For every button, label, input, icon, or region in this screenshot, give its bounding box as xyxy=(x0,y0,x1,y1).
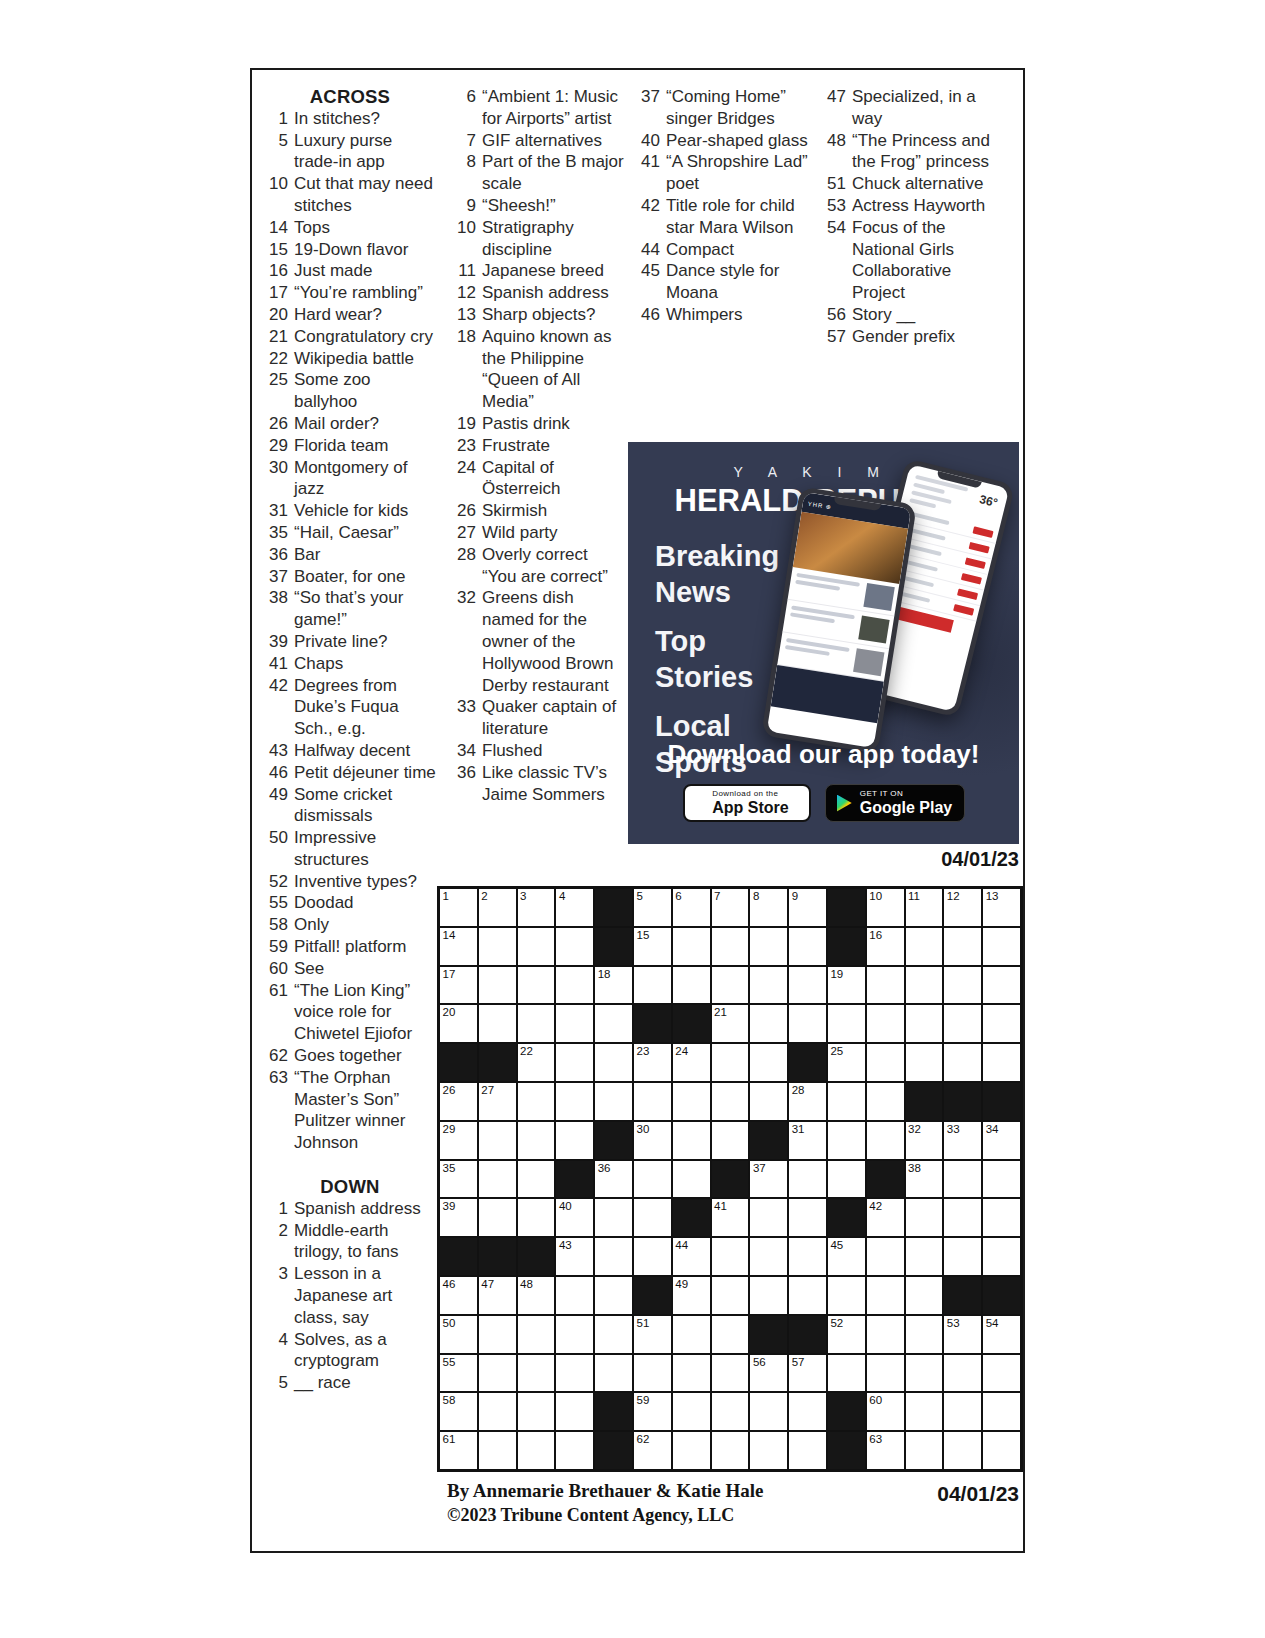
grid-cell-r9c13[interactable] xyxy=(905,1198,944,1237)
grid-cell-r6c4[interactable] xyxy=(555,1082,594,1121)
grid-cell-r2c14[interactable] xyxy=(943,927,982,966)
grid-cell-r15c4[interactable] xyxy=(555,1431,594,1470)
grid-cell-r9c10[interactable] xyxy=(788,1198,827,1237)
grid-cell-r14c12[interactable]: 60 xyxy=(866,1392,905,1431)
google-play-badge[interactable]: GET IT ON Google Play xyxy=(825,784,965,822)
grid-cell-r9c15[interactable] xyxy=(982,1198,1021,1237)
clue-down-44: 44Compact xyxy=(634,239,814,261)
clue-number: 19 xyxy=(450,413,476,435)
grid-cell-r10c11[interactable]: 45 xyxy=(827,1237,866,1276)
grid-cell-r14c3[interactable] xyxy=(517,1392,556,1431)
grid-cell-r4c11[interactable] xyxy=(827,1004,866,1043)
clue-number: 30 xyxy=(262,457,288,501)
clue-text: Some zoo ballyhoo xyxy=(294,369,436,413)
grid-cell-r1c2[interactable]: 2 xyxy=(478,888,517,927)
grid-cell-r2c9[interactable] xyxy=(749,927,788,966)
grid-cell-r3c5[interactable]: 18 xyxy=(594,966,633,1005)
grid-cell-r4c12[interactable] xyxy=(866,1004,905,1043)
grid-cell-r1c3[interactable]: 3 xyxy=(517,888,556,927)
grid-cell-r10c14[interactable] xyxy=(943,1237,982,1276)
grid-cell-r11c4[interactable] xyxy=(555,1276,594,1315)
clue-number: 6 xyxy=(450,86,476,130)
grid-cell-r4c1[interactable]: 20 xyxy=(439,1004,478,1043)
grid-cell-r5c9[interactable] xyxy=(749,1043,788,1082)
grid-cell-r5c11[interactable]: 25 xyxy=(827,1043,866,1082)
clue-number: 50 xyxy=(262,827,288,871)
clue-number: 41 xyxy=(634,151,660,195)
grid-cell-r1c6[interactable]: 5 xyxy=(633,888,672,927)
black-square-r9c11 xyxy=(827,1198,866,1237)
grid-cell-r4c9[interactable] xyxy=(749,1004,788,1043)
grid-cell-r3c9[interactable] xyxy=(749,966,788,1005)
clue-text: “The Orphan Master’s Son” Pulitzer winne… xyxy=(294,1067,436,1154)
grid-cell-r14c10[interactable] xyxy=(788,1392,827,1431)
clue-number: 5 xyxy=(262,1372,288,1394)
grid-cell-r10c7[interactable]: 44 xyxy=(672,1237,711,1276)
grid-cell-r3c3[interactable] xyxy=(517,966,556,1005)
grid-cell-r15c14[interactable] xyxy=(943,1431,982,1470)
clue-text: Flushed xyxy=(482,740,624,762)
grid-cell-r9c5[interactable] xyxy=(594,1198,633,1237)
ad-call-to-action: Download our app today! xyxy=(628,739,1019,770)
clue-number: 32 xyxy=(450,587,476,696)
grid-cell-r2c7[interactable] xyxy=(672,927,711,966)
clue-down-27: 27Wild party xyxy=(450,522,628,544)
grid-cell-r13c15[interactable] xyxy=(982,1354,1021,1393)
grid-cell-r4c4[interactable] xyxy=(555,1004,594,1043)
clue-number: 38 xyxy=(262,587,288,631)
cell-number: 13 xyxy=(986,890,999,902)
grid-cell-r5c13[interactable] xyxy=(905,1043,944,1082)
grid-cell-r8c14[interactable] xyxy=(943,1160,982,1199)
grid-cell-r4c15[interactable] xyxy=(982,1004,1021,1043)
grid-cell-r2c2[interactable] xyxy=(478,927,517,966)
clue-down-10: 10Stratigraphy discipline xyxy=(450,217,628,261)
clue-down-9: 9“Sheesh!” xyxy=(450,195,628,217)
clue-text: Middle-earth trilogy, to fans xyxy=(294,1220,436,1264)
clue-across-35: 35“Hail, Caesar” xyxy=(262,522,438,544)
grid-cell-r11c3[interactable]: 48 xyxy=(517,1276,556,1315)
grid-cell-r2c12[interactable]: 16 xyxy=(866,927,905,966)
grid-cell-r7c10[interactable]: 31 xyxy=(788,1121,827,1160)
grid-cell-r8c15[interactable] xyxy=(982,1160,1021,1199)
clue-text: Vehicle for kids xyxy=(294,500,436,522)
app-store-badge[interactable]: Download on the App Store xyxy=(683,784,811,822)
grid-cell-r13c6[interactable] xyxy=(633,1354,672,1393)
grid-cell-r12c12[interactable] xyxy=(866,1315,905,1354)
grid-cell-r12c14[interactable]: 53 xyxy=(943,1315,982,1354)
grid-cell-r12c8[interactable] xyxy=(711,1315,750,1354)
clue-column-3: 37“Coming Home” singer Bridges40Pear-sha… xyxy=(634,86,814,326)
grid-cell-r8c13[interactable]: 38 xyxy=(905,1160,944,1199)
grid-cell-r2c8[interactable] xyxy=(711,927,750,966)
grid-cell-r8c10[interactable] xyxy=(788,1160,827,1199)
grid-cell-r7c15[interactable]: 34 xyxy=(982,1121,1021,1160)
grid-cell-r6c11[interactable] xyxy=(827,1082,866,1121)
grid-cell-r10c5[interactable] xyxy=(594,1237,633,1276)
clue-across-22: 22Wikipedia battle xyxy=(262,348,438,370)
grid-cell-r3c10[interactable] xyxy=(788,966,827,1005)
grid-cell-r15c2[interactable] xyxy=(478,1431,517,1470)
black-square-r15c5 xyxy=(594,1431,633,1470)
grid-cell-r6c12[interactable] xyxy=(866,1082,905,1121)
grid-cell-r6c9[interactable] xyxy=(749,1082,788,1121)
cell-number: 27 xyxy=(481,1084,494,1096)
clue-number: 21 xyxy=(262,326,288,348)
grid-cell-r4c2[interactable] xyxy=(478,1004,517,1043)
grid-cell-r1c13[interactable]: 11 xyxy=(905,888,944,927)
clue-text: Doodad xyxy=(294,892,436,914)
grid-cell-r15c6[interactable]: 62 xyxy=(633,1431,672,1470)
clue-number: 2 xyxy=(262,1220,288,1264)
clue-number: 47 xyxy=(820,86,846,130)
clue-down-2: 2Middle-earth trilogy, to fans xyxy=(262,1220,438,1264)
grid-cell-r15c3[interactable] xyxy=(517,1431,556,1470)
grid-cell-r5c5[interactable] xyxy=(594,1043,633,1082)
grid-cell-r7c14[interactable]: 33 xyxy=(943,1121,982,1160)
black-square-r10c3 xyxy=(517,1237,556,1276)
grid-cell-r9c12[interactable]: 42 xyxy=(866,1198,905,1237)
grid-cell-r14c13[interactable] xyxy=(905,1392,944,1431)
grid-cell-r2c13[interactable] xyxy=(905,927,944,966)
grid-cell-r12c7[interactable] xyxy=(672,1315,711,1354)
grid-cell-r11c7[interactable]: 49 xyxy=(672,1276,711,1315)
cell-number: 11 xyxy=(908,890,920,902)
cell-number: 45 xyxy=(830,1239,843,1251)
clue-down-40: 40Pear-shaped glass xyxy=(634,130,814,152)
grid-cell-r15c12[interactable]: 63 xyxy=(866,1431,905,1470)
grid-cell-r3c4[interactable] xyxy=(555,966,594,1005)
clue-text: __ race xyxy=(294,1372,436,1394)
puzzle-date-bottom: 04/01/23 xyxy=(829,1482,1019,1506)
cell-number: 53 xyxy=(947,1317,960,1329)
grid-cell-r4c13[interactable] xyxy=(905,1004,944,1043)
clue-text: See xyxy=(294,958,436,980)
copyright: ©2023 Tribune Content Agency, LLC xyxy=(447,1505,734,1526)
clue-down-47: 47Specialized, in a way xyxy=(820,86,1018,130)
clue-across-42: 42Degrees from Duke’s Fuqua Sch., e.g. xyxy=(262,675,438,740)
grid-cell-r3c7[interactable] xyxy=(672,966,711,1005)
clue-across-39: 39Private line? xyxy=(262,631,438,653)
grid-cell-r9c14[interactable] xyxy=(943,1198,982,1237)
clue-text: Stratigraphy discipline xyxy=(482,217,624,261)
grid-cell-r11c8[interactable] xyxy=(711,1276,750,1315)
clue-text: Montgomery of jazz xyxy=(294,457,436,501)
grid-cell-r12c13[interactable] xyxy=(905,1315,944,1354)
grid-cell-r1c15[interactable]: 13 xyxy=(982,888,1021,927)
ad-feature-breaking-news: Breaking News xyxy=(655,538,779,610)
grid-cell-r10c15[interactable] xyxy=(982,1237,1021,1276)
clue-down-1: 1Spanish address xyxy=(262,1198,438,1220)
clue-text: Goes together xyxy=(294,1045,436,1067)
grid-cell-r6c8[interactable] xyxy=(711,1082,750,1121)
grid-cell-r15c10[interactable] xyxy=(788,1431,827,1470)
grid-cell-r14c6[interactable]: 59 xyxy=(633,1392,672,1431)
clue-across-15: 1519-Down flavor xyxy=(262,239,438,261)
grid-cell-r14c15[interactable] xyxy=(982,1392,1021,1431)
grid-cell-r10c4[interactable]: 43 xyxy=(555,1237,594,1276)
grid-cell-r15c1[interactable]: 61 xyxy=(439,1431,478,1470)
grid-cell-r11c9[interactable] xyxy=(749,1276,788,1315)
grid-cell-r9c3[interactable] xyxy=(517,1198,556,1237)
grid-cell-r3c13[interactable] xyxy=(905,966,944,1005)
clue-down-34: 34Flushed xyxy=(450,740,628,762)
grid-cell-r3c2[interactable] xyxy=(478,966,517,1005)
grid-cell-r13c2[interactable] xyxy=(478,1354,517,1393)
grid-cell-r3c12[interactable] xyxy=(866,966,905,1005)
clue-text: Specialized, in a way xyxy=(852,86,994,130)
cell-number: 5 xyxy=(636,890,642,902)
grid-cell-r12c15[interactable]: 54 xyxy=(982,1315,1021,1354)
grid-cell-r14c8[interactable] xyxy=(711,1392,750,1431)
grid-cell-r1c7[interactable]: 6 xyxy=(672,888,711,927)
black-square-r2c5 xyxy=(594,927,633,966)
grid-cell-r7c3[interactable] xyxy=(517,1121,556,1160)
clue-across-31: 31Vehicle for kids xyxy=(262,500,438,522)
cell-number: 49 xyxy=(675,1278,688,1290)
cell-number: 29 xyxy=(443,1123,456,1135)
clue-across-37: 37Boater, for one xyxy=(262,566,438,588)
grid-cell-r7c8[interactable] xyxy=(711,1121,750,1160)
clue-number: 46 xyxy=(634,304,660,326)
clue-text: “You’re rambling” xyxy=(294,282,436,304)
grid-cell-r7c4[interactable] xyxy=(555,1121,594,1160)
black-square-r5c2 xyxy=(478,1043,517,1082)
cell-number: 60 xyxy=(869,1394,882,1406)
clue-text: Just made xyxy=(294,260,436,282)
grid-cell-r14c2[interactable] xyxy=(478,1392,517,1431)
grid-cell-r2c15[interactable] xyxy=(982,927,1021,966)
clue-text: Like classic TV’s Jaime Sommers xyxy=(482,762,624,806)
grid-cell-r6c2[interactable]: 27 xyxy=(478,1082,517,1121)
grid-cell-r7c13[interactable]: 32 xyxy=(905,1121,944,1160)
grid-cell-r2c3[interactable] xyxy=(517,927,556,966)
clue-number: 27 xyxy=(450,522,476,544)
clue-text: Impressive structures xyxy=(294,827,436,871)
grid-cell-r3c15[interactable] xyxy=(982,966,1021,1005)
grid-cell-r1c10[interactable]: 9 xyxy=(788,888,827,927)
clue-down-4: 4Solves, as a cryptogram xyxy=(262,1329,438,1373)
grid-cell-r2c10[interactable] xyxy=(788,927,827,966)
clue-down-41: 41“A Shropshire Lad” poet xyxy=(634,151,814,195)
clue-down-6: 6“Ambient 1: Music for Airports” artist xyxy=(450,86,628,130)
grid-cell-r5c7[interactable]: 24 xyxy=(672,1043,711,1082)
grid-cell-r9c1[interactable]: 39 xyxy=(439,1198,478,1237)
cell-number: 52 xyxy=(830,1317,843,1329)
grid-cell-r11c13[interactable] xyxy=(905,1276,944,1315)
grid-cell-r4c8[interactable]: 21 xyxy=(711,1004,750,1043)
grid-cell-r12c3[interactable] xyxy=(517,1315,556,1354)
clue-across-61: 61“The Lion King” voice role for Chiwete… xyxy=(262,980,438,1045)
grid-cell-r1c9[interactable]: 8 xyxy=(749,888,788,927)
grid-cell-r13c9[interactable]: 56 xyxy=(749,1354,788,1393)
grid-cell-r14c4[interactable] xyxy=(555,1392,594,1431)
byline: By Annemarie Brethauer & Katie Hale xyxy=(447,1480,763,1502)
grid-cell-r15c9[interactable] xyxy=(749,1431,788,1470)
grid-cell-r12c5[interactable] xyxy=(594,1315,633,1354)
grid-cell-r10c8[interactable] xyxy=(711,1237,750,1276)
grid-cell-r10c6[interactable] xyxy=(633,1237,672,1276)
grid-cell-r3c14[interactable] xyxy=(943,966,982,1005)
clue-column-1: ACROSS1In stitches?5Luxury purse trade-i… xyxy=(262,86,438,1394)
grid-cell-r4c10[interactable] xyxy=(788,1004,827,1043)
grid-cell-r9c9[interactable] xyxy=(749,1198,788,1237)
grid-cell-r11c12[interactable] xyxy=(866,1276,905,1315)
grid-cell-r8c2[interactable] xyxy=(478,1160,517,1199)
grid-cell-r4c3[interactable] xyxy=(517,1004,556,1043)
grid-cell-r13c4[interactable] xyxy=(555,1354,594,1393)
grid-cell-r8c11[interactable] xyxy=(827,1160,866,1199)
grid-cell-r14c9[interactable] xyxy=(749,1392,788,1431)
grid-cell-r9c8[interactable]: 41 xyxy=(711,1198,750,1237)
grid-cell-r8c9[interactable]: 37 xyxy=(749,1160,788,1199)
cell-number: 21 xyxy=(714,1006,727,1018)
grid-cell-r2c6[interactable]: 15 xyxy=(633,927,672,966)
grid-cell-r13c14[interactable] xyxy=(943,1354,982,1393)
grid-cell-r1c12[interactable]: 10 xyxy=(866,888,905,927)
grid-cell-r7c6[interactable]: 30 xyxy=(633,1121,672,1160)
grid-cell-r13c13[interactable] xyxy=(905,1354,944,1393)
grid-cell-r5c4[interactable] xyxy=(555,1043,594,1082)
grid-cell-r12c2[interactable] xyxy=(478,1315,517,1354)
grid-cell-r11c2[interactable]: 47 xyxy=(478,1276,517,1315)
cell-number: 63 xyxy=(869,1433,882,1445)
clue-text: Lesson in a Japanese art class, say xyxy=(294,1263,436,1328)
grid-cell-r7c7[interactable] xyxy=(672,1121,711,1160)
grid-cell-r6c6[interactable] xyxy=(633,1082,672,1121)
clue-number: 3 xyxy=(262,1263,288,1328)
grid-cell-r6c3[interactable] xyxy=(517,1082,556,1121)
grid-cell-r5c14[interactable] xyxy=(943,1043,982,1082)
clue-number: 46 xyxy=(262,762,288,784)
grid-cell-r15c15[interactable] xyxy=(982,1431,1021,1470)
grid-cell-r13c7[interactable] xyxy=(672,1354,711,1393)
grid-cell-r13c5[interactable] xyxy=(594,1354,633,1393)
grid-cell-r2c4[interactable] xyxy=(555,927,594,966)
cell-number: 61 xyxy=(443,1433,456,1445)
grid-cell-r4c5[interactable] xyxy=(594,1004,633,1043)
grid-cell-r13c3[interactable] xyxy=(517,1354,556,1393)
grid-cell-r8c7[interactable] xyxy=(672,1160,711,1199)
grid-cell-r11c10[interactable] xyxy=(788,1276,827,1315)
grid-cell-r13c1[interactable]: 55 xyxy=(439,1354,478,1393)
grid-cell-r6c5[interactable] xyxy=(594,1082,633,1121)
grid-cell-r8c6[interactable] xyxy=(633,1160,672,1199)
grid-cell-r7c11[interactable] xyxy=(827,1121,866,1160)
clue-across-50: 50Impressive structures xyxy=(262,827,438,871)
grid-cell-r12c1[interactable]: 50 xyxy=(439,1315,478,1354)
grid-cell-r13c10[interactable]: 57 xyxy=(788,1354,827,1393)
black-square-r4c7 xyxy=(672,1004,711,1043)
grid-cell-r12c11[interactable]: 52 xyxy=(827,1315,866,1354)
clue-across-20: 20Hard wear? xyxy=(262,304,438,326)
grid-cell-r8c3[interactable] xyxy=(517,1160,556,1199)
clue-number: 62 xyxy=(262,1045,288,1067)
grid-cell-r1c1[interactable]: 1 xyxy=(439,888,478,927)
grid-cell-r10c13[interactable] xyxy=(905,1237,944,1276)
grid-cell-r6c1[interactable]: 26 xyxy=(439,1082,478,1121)
black-square-r6c14 xyxy=(943,1082,982,1121)
grid-cell-r6c10[interactable]: 28 xyxy=(788,1082,827,1121)
cell-number: 62 xyxy=(636,1433,649,1445)
grid-cell-r5c3[interactable]: 22 xyxy=(517,1043,556,1082)
grid-cell-r15c8[interactable] xyxy=(711,1431,750,1470)
clue-text: 19-Down flavor xyxy=(294,239,436,261)
grid-cell-r7c12[interactable] xyxy=(866,1121,905,1160)
grid-cell-r7c1[interactable]: 29 xyxy=(439,1121,478,1160)
clue-text: Title role for child star Mara Wilson xyxy=(666,195,808,239)
clue-text: Sharp objects? xyxy=(482,304,624,326)
grid-cell-r3c8[interactable] xyxy=(711,966,750,1005)
grid-cell-r12c4[interactable] xyxy=(555,1315,594,1354)
grid-cell-r10c12[interactable] xyxy=(866,1237,905,1276)
grid-cell-r14c14[interactable] xyxy=(943,1392,982,1431)
grid-cell-r10c9[interactable] xyxy=(749,1237,788,1276)
grid-cell-r11c5[interactable] xyxy=(594,1276,633,1315)
grid-cell-r14c7[interactable] xyxy=(672,1392,711,1431)
cell-number: 10 xyxy=(869,890,882,902)
grid-cell-r11c11[interactable] xyxy=(827,1276,866,1315)
clue-number: 36 xyxy=(262,544,288,566)
clue-across-26: 26Mail order? xyxy=(262,413,438,435)
grid-cell-r3c6[interactable] xyxy=(633,966,672,1005)
grid-cell-r1c8[interactable]: 7 xyxy=(711,888,750,927)
clue-number: 51 xyxy=(820,173,846,195)
crossword-grid[interactable]: 1234567891011121314151617181920212223242… xyxy=(437,886,1023,1472)
grid-cell-r5c8[interactable] xyxy=(711,1043,750,1082)
grid-cell-r6c7[interactable] xyxy=(672,1082,711,1121)
clue-down-46: 46Whimpers xyxy=(634,304,814,326)
clue-down-24: 24Capital of Österreich xyxy=(450,457,628,501)
grid-cell-r1c4[interactable]: 4 xyxy=(555,888,594,927)
cell-number: 55 xyxy=(443,1356,456,1368)
clue-down-18: 18Aquino known as the Philippine “Queen … xyxy=(450,326,628,413)
clue-text: Japanese breed xyxy=(482,260,624,282)
grid-cell-r2c1[interactable]: 14 xyxy=(439,927,478,966)
clue-down-33: 33Quaker captain of literature xyxy=(450,696,628,740)
grid-cell-r3c1[interactable]: 17 xyxy=(439,966,478,1005)
grid-cell-r13c12[interactable] xyxy=(866,1354,905,1393)
grid-cell-r9c6[interactable] xyxy=(633,1198,672,1237)
grid-cell-r15c7[interactable] xyxy=(672,1431,711,1470)
app-advertisement[interactable]: Y A K I M A HERALD-REPUBLIC Breaking New… xyxy=(628,442,1019,844)
grid-cell-r12c6[interactable]: 51 xyxy=(633,1315,672,1354)
grid-cell-r9c2[interactable] xyxy=(478,1198,517,1237)
grid-cell-r8c5[interactable]: 36 xyxy=(594,1160,633,1199)
grid-cell-r10c10[interactable] xyxy=(788,1237,827,1276)
grid-cell-r13c8[interactable] xyxy=(711,1354,750,1393)
grid-cell-r5c6[interactable]: 23 xyxy=(633,1043,672,1082)
grid-cell-r15c13[interactable] xyxy=(905,1431,944,1470)
grid-cell-r4c14[interactable] xyxy=(943,1004,982,1043)
clue-across-29: 29Florida team xyxy=(262,435,438,457)
black-square-r11c6 xyxy=(633,1276,672,1315)
grid-cell-r11c1[interactable]: 46 xyxy=(439,1276,478,1315)
grid-cell-r7c2[interactable] xyxy=(478,1121,517,1160)
cell-number: 38 xyxy=(908,1162,921,1174)
grid-cell-r14c1[interactable]: 58 xyxy=(439,1392,478,1431)
clue-number: 24 xyxy=(450,457,476,501)
clue-down-11: 11Japanese breed xyxy=(450,260,628,282)
grid-cell-r5c15[interactable] xyxy=(982,1043,1021,1082)
grid-cell-r13c11[interactable] xyxy=(827,1354,866,1393)
grid-cell-r8c1[interactable]: 35 xyxy=(439,1160,478,1199)
grid-cell-r9c4[interactable]: 40 xyxy=(555,1198,594,1237)
grid-cell-r3c11[interactable]: 19 xyxy=(827,966,866,1005)
grid-cell-r5c12[interactable] xyxy=(866,1043,905,1082)
grid-cell-r1c14[interactable]: 12 xyxy=(943,888,982,927)
clue-text: “The Princess and the Frog” princess xyxy=(852,130,994,174)
